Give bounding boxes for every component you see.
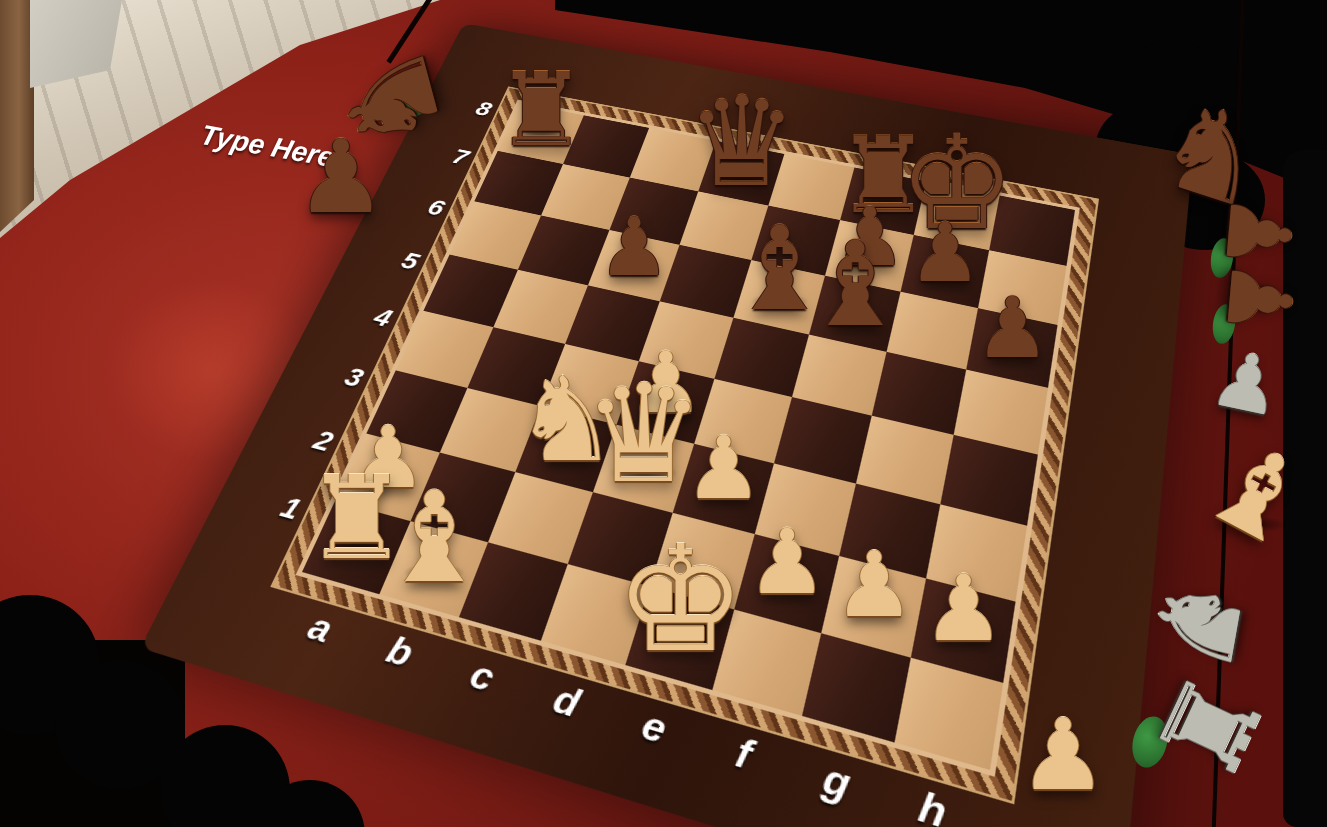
rank-label-4: 4 (369, 303, 396, 332)
file-label-f: f (731, 730, 756, 779)
rank-label-5: 5 (397, 248, 423, 276)
piece-black-pawn-h6[interactable]: ♟ (970, 287, 1054, 371)
file-label-b: b (380, 629, 419, 676)
piece-black-rook-a8[interactable]: ♜ (490, 59, 591, 160)
piece-black-bishop-f6[interactable]: ♝ (797, 226, 914, 343)
piece-white-bishop-b1[interactable]: ♝ (372, 475, 497, 600)
silver-rook-right[interactable]: ♜ (1134, 651, 1283, 800)
piece-white-king-e1[interactable]: ♚ (607, 527, 753, 673)
piece-white-pawn-f2[interactable]: ♟ (742, 518, 832, 608)
black-pawn-left[interactable]: ♟ (290, 126, 391, 227)
rank-label-7: 7 (448, 145, 472, 170)
black-pawn-right-2[interactable]: ♟ (1213, 253, 1306, 346)
file-label-h: h (915, 783, 950, 827)
rank-label-3: 3 (340, 362, 368, 393)
piece-white-pawn-g2[interactable]: ♟ (829, 540, 919, 630)
file-label-e: e (636, 703, 671, 754)
piece-white-pawn-e3[interactable]: ♟ (680, 425, 767, 512)
rank-label-6: 6 (423, 195, 448, 221)
piece-black-pawn-c6[interactable]: ♟ (594, 207, 675, 288)
chess-app-screen: Type Here 12345678abcdefgh ♜♛♜♚♟♟♟♝♝♟♟♞♛… (0, 0, 1327, 827)
piece-white-pawn-h2[interactable]: ♟ (918, 563, 1009, 654)
file-label-c: c (464, 653, 500, 701)
file-label-g: g (819, 756, 854, 810)
piece-black-queen-d8[interactable]: ♛ (680, 81, 804, 205)
white-pawn-corner[interactable]: ♟ (1014, 706, 1113, 805)
piece-black-pawn-g7[interactable]: ♟ (904, 212, 986, 294)
file-label-d: d (548, 677, 585, 727)
wood-furniture-edge (0, 0, 34, 232)
rank-label-2: 2 (309, 425, 338, 458)
file-label-a: a (301, 606, 338, 652)
